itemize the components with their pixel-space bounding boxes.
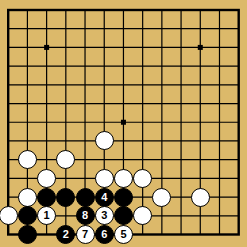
stone-white[interactable] — [18, 150, 37, 169]
stone-white[interactable] — [18, 188, 37, 207]
stone-white[interactable] — [152, 188, 171, 207]
stone-black[interactable] — [114, 188, 133, 207]
stone-black[interactable]: 4 — [95, 188, 114, 207]
move-number-label: 7 — [82, 229, 88, 240]
stone-white[interactable] — [95, 131, 114, 150]
stone-black[interactable]: 2 — [56, 225, 75, 244]
move-number-label: 2 — [63, 229, 69, 240]
stone-white[interactable] — [114, 169, 133, 188]
stone-white[interactable] — [37, 169, 56, 188]
stone-white[interactable] — [133, 206, 152, 225]
stone-white[interactable]: 7 — [76, 225, 95, 244]
move-number-label: 5 — [120, 229, 126, 240]
go-board: 41832765 — [0, 0, 247, 247]
move-number-label: 4 — [101, 192, 107, 203]
stone-black[interactable]: 6 — [95, 225, 114, 244]
stone-black[interactable] — [114, 206, 133, 225]
stone-black[interactable] — [56, 188, 75, 207]
stone-black[interactable]: 8 — [76, 206, 95, 225]
move-number-label: 3 — [101, 210, 107, 221]
stone-white[interactable] — [95, 169, 114, 188]
stone-white[interactable] — [133, 169, 152, 188]
stone-black[interactable] — [76, 188, 95, 207]
stone-white[interactable]: 5 — [114, 225, 133, 244]
stone-white[interactable]: 1 — [37, 206, 56, 225]
move-number-label: 6 — [101, 229, 107, 240]
move-number-label: 8 — [82, 210, 88, 221]
stones-layer: 41832765 — [0, 0, 247, 247]
stone-black[interactable] — [18, 206, 37, 225]
move-number-label: 1 — [44, 210, 50, 221]
stone-white[interactable] — [56, 150, 75, 169]
stone-white[interactable] — [191, 188, 210, 207]
stone-black[interactable] — [37, 188, 56, 207]
stone-white[interactable]: 3 — [95, 206, 114, 225]
stone-white[interactable] — [0, 206, 18, 225]
stone-black[interactable] — [18, 225, 37, 244]
